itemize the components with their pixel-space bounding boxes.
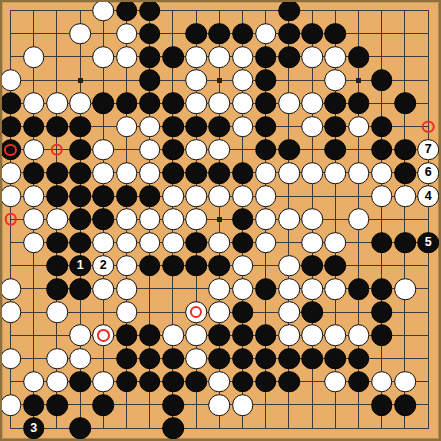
board-point[interactable] — [161, 370, 184, 393]
board-point[interactable] — [208, 277, 231, 300]
board-point[interactable] — [393, 393, 416, 416]
board-point[interactable] — [161, 161, 184, 184]
board-point[interactable] — [254, 208, 277, 231]
board-point[interactable] — [161, 45, 184, 68]
board-point[interactable] — [138, 138, 161, 161]
board-point[interactable] — [208, 22, 231, 45]
board-point[interactable] — [115, 161, 138, 184]
board-point[interactable] — [417, 208, 440, 231]
board-point[interactable] — [301, 45, 324, 68]
board-point[interactable] — [69, 45, 92, 68]
board-point[interactable] — [347, 115, 370, 138]
board-point[interactable] — [324, 231, 347, 254]
board-point[interactable] — [393, 92, 416, 115]
board-point[interactable] — [254, 324, 277, 347]
board-point[interactable] — [301, 277, 324, 300]
board-point[interactable] — [69, 417, 92, 440]
board-point[interactable] — [393, 347, 416, 370]
board-point[interactable] — [69, 138, 92, 161]
board-point[interactable] — [347, 254, 370, 277]
board-point[interactable]: 2 — [92, 254, 115, 277]
board-point[interactable] — [347, 45, 370, 68]
board-point[interactable] — [324, 161, 347, 184]
board-point[interactable] — [138, 115, 161, 138]
board-point[interactable] — [393, 185, 416, 208]
board-point[interactable] — [185, 347, 208, 370]
board-point[interactable] — [115, 277, 138, 300]
board-point[interactable] — [185, 92, 208, 115]
board-point[interactable] — [301, 370, 324, 393]
board-point[interactable] — [22, 92, 45, 115]
board-point[interactable] — [277, 231, 300, 254]
board-point[interactable] — [208, 324, 231, 347]
board-point[interactable] — [115, 22, 138, 45]
board-point[interactable] — [0, 208, 22, 231]
board-point[interactable] — [185, 231, 208, 254]
board-point[interactable] — [138, 393, 161, 416]
board-point[interactable] — [370, 277, 393, 300]
board-point[interactable] — [92, 45, 115, 68]
board-point[interactable] — [393, 417, 416, 440]
board-point[interactable] — [92, 138, 115, 161]
board-point[interactable] — [208, 231, 231, 254]
board-point[interactable] — [324, 324, 347, 347]
board-point[interactable] — [92, 277, 115, 300]
board-point[interactable] — [208, 254, 231, 277]
board-point[interactable] — [138, 347, 161, 370]
board-point[interactable] — [45, 301, 68, 324]
board-point[interactable] — [277, 115, 300, 138]
board-point[interactable] — [69, 231, 92, 254]
board-point[interactable] — [324, 277, 347, 300]
board-point[interactable] — [0, 185, 22, 208]
board-point[interactable] — [324, 370, 347, 393]
board-point[interactable] — [138, 277, 161, 300]
board-point[interactable] — [347, 370, 370, 393]
board-point[interactable] — [393, 208, 416, 231]
board-point[interactable] — [301, 208, 324, 231]
board-point[interactable] — [231, 161, 254, 184]
board-point[interactable] — [370, 231, 393, 254]
board-point[interactable] — [0, 45, 22, 68]
board-point[interactable] — [45, 22, 68, 45]
board-point[interactable] — [254, 92, 277, 115]
board-point[interactable] — [115, 301, 138, 324]
board-point[interactable] — [0, 347, 22, 370]
board-point[interactable] — [208, 92, 231, 115]
board-point[interactable] — [69, 161, 92, 184]
board-point[interactable] — [22, 254, 45, 277]
board-point[interactable] — [277, 92, 300, 115]
board-point[interactable] — [138, 185, 161, 208]
board-point[interactable] — [324, 347, 347, 370]
board-point[interactable] — [92, 22, 115, 45]
board-point[interactable] — [161, 185, 184, 208]
board-point[interactable] — [45, 347, 68, 370]
board-point[interactable] — [0, 138, 22, 161]
board-point[interactable] — [231, 324, 254, 347]
board-point[interactable] — [161, 301, 184, 324]
board-point[interactable] — [417, 301, 440, 324]
board-point[interactable] — [277, 69, 300, 92]
board-point[interactable] — [370, 254, 393, 277]
board-point[interactable] — [347, 208, 370, 231]
board-point[interactable] — [370, 115, 393, 138]
board-point[interactable] — [208, 138, 231, 161]
board-point[interactable] — [254, 185, 277, 208]
board-point[interactable] — [138, 254, 161, 277]
board-point[interactable] — [138, 0, 161, 22]
board-point[interactable] — [277, 393, 300, 416]
board-point[interactable] — [347, 393, 370, 416]
board-point[interactable] — [277, 417, 300, 440]
board-point[interactable] — [417, 22, 440, 45]
board-point[interactable] — [277, 254, 300, 277]
board-point[interactable] — [185, 301, 208, 324]
board-point[interactable] — [393, 45, 416, 68]
board-point[interactable] — [231, 231, 254, 254]
board-point[interactable] — [0, 92, 22, 115]
board-point[interactable] — [347, 324, 370, 347]
board-point[interactable] — [417, 324, 440, 347]
board-point[interactable]: 6 — [417, 161, 440, 184]
board-point[interactable] — [417, 370, 440, 393]
board-point[interactable] — [69, 185, 92, 208]
board-point[interactable]: 5 — [417, 231, 440, 254]
board-point[interactable] — [0, 22, 22, 45]
board-point[interactable] — [0, 393, 22, 416]
board-point[interactable] — [324, 22, 347, 45]
board-point[interactable] — [393, 115, 416, 138]
board-point[interactable] — [92, 185, 115, 208]
board-point[interactable] — [138, 417, 161, 440]
board-point[interactable] — [301, 347, 324, 370]
board-point[interactable] — [417, 115, 440, 138]
board-point[interactable] — [92, 417, 115, 440]
board-point[interactable] — [115, 393, 138, 416]
board-point[interactable] — [185, 254, 208, 277]
board-point[interactable] — [115, 92, 138, 115]
board-point[interactable] — [301, 417, 324, 440]
board-point[interactable] — [393, 0, 416, 22]
board-point[interactable] — [138, 370, 161, 393]
board-point[interactable] — [277, 301, 300, 324]
board-point[interactable] — [22, 115, 45, 138]
board-point[interactable] — [22, 208, 45, 231]
board-point[interactable] — [301, 185, 324, 208]
board-point[interactable] — [138, 301, 161, 324]
board-point[interactable] — [45, 231, 68, 254]
board-point[interactable] — [22, 347, 45, 370]
board-point[interactable] — [277, 22, 300, 45]
board-point[interactable] — [69, 69, 92, 92]
board-point[interactable] — [417, 69, 440, 92]
board-point[interactable] — [370, 92, 393, 115]
board-point[interactable] — [92, 92, 115, 115]
board-point[interactable] — [231, 138, 254, 161]
board-point[interactable] — [69, 22, 92, 45]
board-point[interactable] — [45, 370, 68, 393]
board-point[interactable] — [231, 45, 254, 68]
board-point[interactable] — [115, 115, 138, 138]
board-point[interactable] — [393, 22, 416, 45]
board-point[interactable] — [347, 301, 370, 324]
board-point[interactable] — [45, 254, 68, 277]
board-point[interactable] — [347, 277, 370, 300]
board-point[interactable] — [22, 301, 45, 324]
board-point[interactable] — [347, 417, 370, 440]
board-point[interactable] — [417, 277, 440, 300]
board-point[interactable] — [393, 231, 416, 254]
board-point[interactable] — [92, 208, 115, 231]
board-point[interactable] — [417, 92, 440, 115]
board-point[interactable] — [185, 370, 208, 393]
board-point[interactable] — [393, 370, 416, 393]
board-point[interactable] — [208, 161, 231, 184]
board-point[interactable] — [301, 161, 324, 184]
board-point[interactable] — [254, 115, 277, 138]
board-point[interactable] — [370, 301, 393, 324]
board-point[interactable] — [0, 69, 22, 92]
board-point[interactable] — [115, 45, 138, 68]
board-point[interactable] — [185, 69, 208, 92]
board-point[interactable] — [347, 185, 370, 208]
board-point[interactable] — [393, 301, 416, 324]
board-point[interactable] — [45, 0, 68, 22]
board-point[interactable] — [254, 277, 277, 300]
board-point[interactable] — [301, 138, 324, 161]
board-point[interactable] — [393, 277, 416, 300]
board-point[interactable] — [231, 115, 254, 138]
board-point[interactable] — [45, 161, 68, 184]
board-point[interactable] — [0, 231, 22, 254]
board-point[interactable] — [254, 69, 277, 92]
board-point[interactable] — [417, 393, 440, 416]
board-point[interactable] — [185, 324, 208, 347]
board-point[interactable] — [45, 185, 68, 208]
board-point[interactable] — [231, 347, 254, 370]
board-point[interactable] — [254, 45, 277, 68]
board-point[interactable] — [138, 231, 161, 254]
board-point[interactable] — [231, 254, 254, 277]
board-point[interactable] — [324, 254, 347, 277]
board-point[interactable] — [69, 277, 92, 300]
board-point[interactable] — [115, 254, 138, 277]
board-point[interactable] — [301, 69, 324, 92]
board-point[interactable] — [69, 347, 92, 370]
board-point[interactable] — [277, 277, 300, 300]
board-point[interactable] — [92, 115, 115, 138]
board-point[interactable] — [301, 254, 324, 277]
board-point[interactable] — [69, 0, 92, 22]
board-point[interactable] — [208, 417, 231, 440]
board-point[interactable] — [115, 370, 138, 393]
board-point[interactable] — [185, 161, 208, 184]
board-point[interactable] — [22, 161, 45, 184]
board-point[interactable] — [347, 92, 370, 115]
board-point[interactable] — [92, 161, 115, 184]
board-point[interactable] — [161, 347, 184, 370]
board-point[interactable] — [161, 393, 184, 416]
board-point[interactable] — [69, 92, 92, 115]
board-point[interactable] — [208, 393, 231, 416]
board-point[interactable] — [115, 417, 138, 440]
board-point[interactable] — [0, 115, 22, 138]
board-point[interactable] — [231, 277, 254, 300]
board-point[interactable] — [45, 92, 68, 115]
board-point[interactable] — [185, 393, 208, 416]
board-point[interactable] — [370, 370, 393, 393]
board-point[interactable] — [161, 0, 184, 22]
board-point[interactable] — [417, 45, 440, 68]
board-point[interactable] — [22, 138, 45, 161]
board-point[interactable] — [231, 301, 254, 324]
board-point[interactable] — [393, 69, 416, 92]
board-point[interactable] — [277, 161, 300, 184]
board-point[interactable] — [231, 370, 254, 393]
board-point[interactable] — [370, 22, 393, 45]
board-point[interactable] — [301, 301, 324, 324]
board-point[interactable] — [231, 69, 254, 92]
board-point[interactable] — [370, 324, 393, 347]
board-point[interactable] — [45, 324, 68, 347]
board-point[interactable] — [254, 301, 277, 324]
board-point[interactable] — [69, 324, 92, 347]
board-point[interactable] — [208, 185, 231, 208]
board-point[interactable] — [347, 22, 370, 45]
board-point[interactable] — [277, 138, 300, 161]
board-point[interactable] — [393, 138, 416, 161]
board-point[interactable] — [92, 324, 115, 347]
board-point[interactable] — [69, 370, 92, 393]
board-point[interactable] — [208, 115, 231, 138]
board-point[interactable] — [324, 92, 347, 115]
board-point[interactable] — [0, 324, 22, 347]
board-point[interactable] — [69, 208, 92, 231]
board-point[interactable] — [417, 417, 440, 440]
board-point[interactable] — [277, 208, 300, 231]
board-point[interactable] — [324, 417, 347, 440]
board-point[interactable] — [22, 69, 45, 92]
board-point[interactable] — [254, 231, 277, 254]
board-point[interactable] — [324, 185, 347, 208]
board-point[interactable] — [301, 324, 324, 347]
board-point[interactable] — [254, 393, 277, 416]
board-point[interactable] — [370, 0, 393, 22]
board-point[interactable] — [185, 22, 208, 45]
board-point[interactable] — [92, 370, 115, 393]
board-point[interactable] — [277, 185, 300, 208]
board-point[interactable] — [231, 208, 254, 231]
board-point[interactable] — [92, 69, 115, 92]
board-point[interactable] — [324, 69, 347, 92]
board-point[interactable] — [393, 324, 416, 347]
board-point[interactable] — [231, 0, 254, 22]
board-point[interactable] — [185, 138, 208, 161]
board-point[interactable] — [161, 231, 184, 254]
board-point[interactable] — [138, 92, 161, 115]
board-point[interactable] — [208, 0, 231, 22]
board-point[interactable] — [393, 161, 416, 184]
board-point[interactable] — [324, 393, 347, 416]
board-point[interactable] — [370, 208, 393, 231]
board-point[interactable] — [161, 254, 184, 277]
board-point[interactable] — [370, 161, 393, 184]
board-point[interactable] — [254, 347, 277, 370]
board-point[interactable] — [22, 185, 45, 208]
board-point[interactable] — [324, 138, 347, 161]
board-point[interactable] — [0, 417, 22, 440]
board-point[interactable] — [161, 417, 184, 440]
board-point[interactable] — [161, 115, 184, 138]
board-point[interactable] — [115, 185, 138, 208]
board-point[interactable] — [161, 138, 184, 161]
board-point[interactable] — [22, 370, 45, 393]
board-point[interactable] — [138, 22, 161, 45]
board-point[interactable] — [347, 0, 370, 22]
board-point[interactable] — [92, 347, 115, 370]
board-point[interactable] — [370, 69, 393, 92]
board-point[interactable] — [45, 277, 68, 300]
board-point[interactable] — [417, 254, 440, 277]
board-point[interactable] — [185, 0, 208, 22]
board-point[interactable] — [45, 45, 68, 68]
board-point[interactable] — [0, 254, 22, 277]
board-point[interactable] — [347, 69, 370, 92]
board-point[interactable] — [370, 138, 393, 161]
board-point[interactable] — [208, 301, 231, 324]
board-point[interactable] — [324, 0, 347, 22]
board-point[interactable] — [45, 417, 68, 440]
board-point[interactable] — [254, 0, 277, 22]
board-point[interactable] — [138, 324, 161, 347]
board-point[interactable] — [254, 417, 277, 440]
board-point[interactable] — [69, 115, 92, 138]
board-point[interactable]: 3 — [22, 417, 45, 440]
board-point[interactable] — [115, 69, 138, 92]
board-point[interactable] — [417, 0, 440, 22]
board-point[interactable] — [161, 22, 184, 45]
board-point[interactable] — [277, 347, 300, 370]
board-point[interactable] — [69, 301, 92, 324]
board-point[interactable] — [22, 231, 45, 254]
board-point[interactable] — [370, 185, 393, 208]
board-point[interactable]: 4 — [417, 185, 440, 208]
board-point[interactable] — [393, 254, 416, 277]
board-point[interactable] — [138, 161, 161, 184]
board-point[interactable] — [185, 417, 208, 440]
board-point[interactable] — [347, 347, 370, 370]
board-point[interactable] — [45, 138, 68, 161]
board-point[interactable] — [231, 185, 254, 208]
board-point[interactable] — [417, 347, 440, 370]
board-point[interactable] — [324, 115, 347, 138]
board-point[interactable] — [161, 92, 184, 115]
board-point[interactable] — [185, 208, 208, 231]
board-point[interactable] — [370, 347, 393, 370]
board-point[interactable] — [370, 45, 393, 68]
board-point[interactable] — [45, 393, 68, 416]
board-point[interactable] — [115, 347, 138, 370]
board-point[interactable] — [254, 161, 277, 184]
board-point[interactable] — [185, 45, 208, 68]
board-point[interactable] — [324, 208, 347, 231]
board-point[interactable] — [161, 208, 184, 231]
board-point[interactable] — [301, 115, 324, 138]
board-point[interactable] — [301, 393, 324, 416]
board-point[interactable] — [370, 393, 393, 416]
board-point[interactable] — [324, 301, 347, 324]
